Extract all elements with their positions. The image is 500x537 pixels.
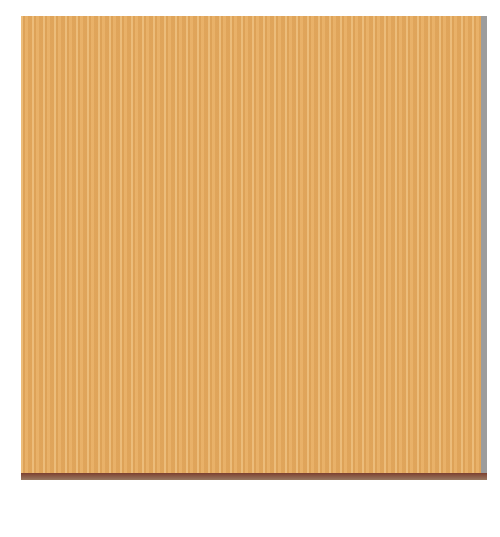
board-grid <box>21 16 481 473</box>
goban[interactable] <box>21 16 481 473</box>
board-shadow-bottom <box>21 473 487 480</box>
board-shadow-right <box>481 16 487 480</box>
go-kifu-diagram <box>0 0 500 537</box>
